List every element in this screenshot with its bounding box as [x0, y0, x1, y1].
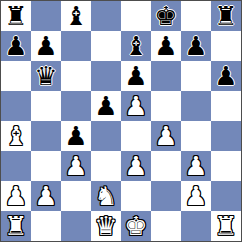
square-b4[interactable]: [31, 121, 61, 151]
piece-black-queen[interactable]: ♛: [34, 61, 57, 91]
square-c4[interactable]: ♟: [61, 121, 91, 151]
square-e2[interactable]: [121, 181, 151, 211]
square-c7[interactable]: [61, 31, 91, 61]
square-d2[interactable]: ♞: [91, 181, 121, 211]
square-a8[interactable]: ♜: [1, 1, 31, 31]
piece-white-queen[interactable]: ♛: [94, 211, 117, 241]
piece-white-pawn[interactable]: ♟: [64, 151, 87, 181]
square-h3[interactable]: [211, 151, 241, 181]
piece-white-pawn[interactable]: ♟: [184, 181, 207, 211]
piece-black-pawn[interactable]: ♟: [184, 31, 207, 61]
square-h8[interactable]: ♜: [211, 1, 241, 31]
square-b7[interactable]: ♟: [31, 31, 61, 61]
square-f7[interactable]: ♟: [151, 31, 181, 61]
square-d1[interactable]: ♛: [91, 211, 121, 241]
piece-black-rook[interactable]: ♜: [214, 1, 237, 31]
piece-white-pawn[interactable]: ♟: [124, 151, 147, 181]
square-g4[interactable]: [181, 121, 211, 151]
square-e4[interactable]: [121, 121, 151, 151]
square-f1[interactable]: [151, 211, 181, 241]
square-c6[interactable]: [61, 61, 91, 91]
square-d3[interactable]: [91, 151, 121, 181]
square-g8[interactable]: [181, 1, 211, 31]
square-a2[interactable]: ♟: [1, 181, 31, 211]
square-h2[interactable]: [211, 181, 241, 211]
piece-black-pawn[interactable]: ♟: [4, 31, 27, 61]
piece-white-rook[interactable]: ♜: [214, 211, 237, 241]
piece-white-pawn[interactable]: ♟: [154, 121, 177, 151]
square-d5[interactable]: ♟: [91, 91, 121, 121]
square-b2[interactable]: ♟: [31, 181, 61, 211]
square-f4[interactable]: ♟: [151, 121, 181, 151]
square-h7[interactable]: [211, 31, 241, 61]
square-d8[interactable]: [91, 1, 121, 31]
piece-black-king[interactable]: ♚: [154, 1, 177, 31]
square-e7[interactable]: ♝: [121, 31, 151, 61]
square-f3[interactable]: [151, 151, 181, 181]
square-e1[interactable]: ♚: [121, 211, 151, 241]
chess-board: ♜♝♚♜♟♟♝♟♟♛♟♟♟♟♝♟♟♟♟♟♟♟♞♟♜♛♚♜: [0, 0, 242, 242]
piece-white-bishop[interactable]: ♝: [4, 121, 27, 151]
piece-white-pawn[interactable]: ♟: [184, 151, 207, 181]
square-g3[interactable]: ♟: [181, 151, 211, 181]
square-g2[interactable]: ♟: [181, 181, 211, 211]
piece-white-king[interactable]: ♚: [124, 211, 147, 241]
square-b1[interactable]: [31, 211, 61, 241]
square-f8[interactable]: ♚: [151, 1, 181, 31]
piece-black-pawn[interactable]: ♟: [214, 61, 237, 91]
square-b6[interactable]: ♛: [31, 61, 61, 91]
piece-white-pawn[interactable]: ♟: [34, 181, 57, 211]
piece-black-pawn[interactable]: ♟: [94, 91, 117, 121]
square-e6[interactable]: ♟: [121, 61, 151, 91]
square-h5[interactable]: [211, 91, 241, 121]
square-g7[interactable]: ♟: [181, 31, 211, 61]
square-h4[interactable]: [211, 121, 241, 151]
piece-white-knight[interactable]: ♞: [94, 181, 117, 211]
square-d7[interactable]: [91, 31, 121, 61]
square-g5[interactable]: [181, 91, 211, 121]
square-c3[interactable]: ♟: [61, 151, 91, 181]
square-d4[interactable]: [91, 121, 121, 151]
piece-white-pawn[interactable]: ♟: [4, 181, 27, 211]
square-b5[interactable]: [31, 91, 61, 121]
chess-board-container: ♜♝♚♜♟♟♝♟♟♛♟♟♟♟♝♟♟♟♟♟♟♟♞♟♜♛♚♜: [0, 0, 242, 242]
square-c8[interactable]: ♝: [61, 1, 91, 31]
square-g1[interactable]: [181, 211, 211, 241]
piece-white-rook[interactable]: ♜: [4, 211, 27, 241]
piece-black-pawn[interactable]: ♟: [154, 31, 177, 61]
piece-white-pawn[interactable]: ♟: [124, 91, 147, 121]
square-g6[interactable]: [181, 61, 211, 91]
square-a4[interactable]: ♝: [1, 121, 31, 151]
piece-black-pawn[interactable]: ♟: [64, 121, 87, 151]
square-b8[interactable]: [31, 1, 61, 31]
piece-black-bishop[interactable]: ♝: [64, 1, 87, 31]
piece-black-pawn[interactable]: ♟: [124, 61, 147, 91]
square-h6[interactable]: ♟: [211, 61, 241, 91]
square-h1[interactable]: ♜: [211, 211, 241, 241]
square-a1[interactable]: ♜: [1, 211, 31, 241]
square-d6[interactable]: [91, 61, 121, 91]
square-c1[interactable]: [61, 211, 91, 241]
piece-black-bishop[interactable]: ♝: [124, 31, 147, 61]
square-a6[interactable]: [1, 61, 31, 91]
square-e8[interactable]: [121, 1, 151, 31]
square-e3[interactable]: ♟: [121, 151, 151, 181]
piece-black-rook[interactable]: ♜: [4, 1, 27, 31]
square-e5[interactable]: ♟: [121, 91, 151, 121]
square-b3[interactable]: [31, 151, 61, 181]
square-f5[interactable]: [151, 91, 181, 121]
square-a3[interactable]: [1, 151, 31, 181]
square-c5[interactable]: [61, 91, 91, 121]
square-f6[interactable]: [151, 61, 181, 91]
square-c2[interactable]: [61, 181, 91, 211]
square-a7[interactable]: ♟: [1, 31, 31, 61]
square-a5[interactable]: [1, 91, 31, 121]
piece-black-pawn[interactable]: ♟: [34, 31, 57, 61]
square-f2[interactable]: [151, 181, 181, 211]
